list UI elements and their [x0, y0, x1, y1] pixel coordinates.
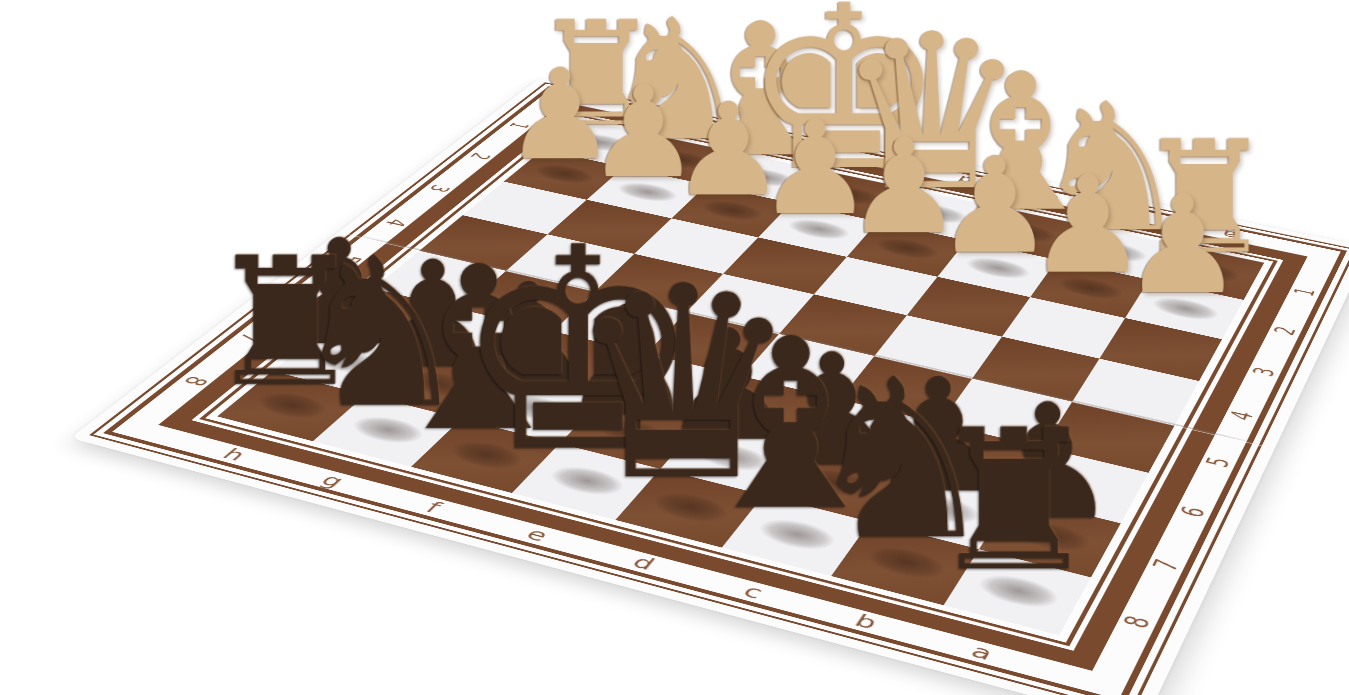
chessboard: hgfedcbahgfedcba1234567812345678 ♜♞♝♚♛♝♞…: [70, 77, 1349, 695]
board-mat: hgfedcbahgfedcba1234567812345678 ♜♞♝♚♛♝♞…: [70, 77, 1349, 695]
piece-glyph[interactable]: ♜: [836, 404, 1189, 598]
pieces-layer: ♜♞♝♚♛♝♞♜♟♟♟♟♟♟♟♟♟♟♟♟♟♟♟♟♜♞♝♚♛♝♞♜: [70, 77, 1349, 695]
piece-glyph[interactable]: ♟: [1036, 177, 1327, 313]
photo-scene: hgfedcbahgfedcba1234567812345678 ♜♞♝♚♛♝♞…: [0, 0, 1349, 695]
